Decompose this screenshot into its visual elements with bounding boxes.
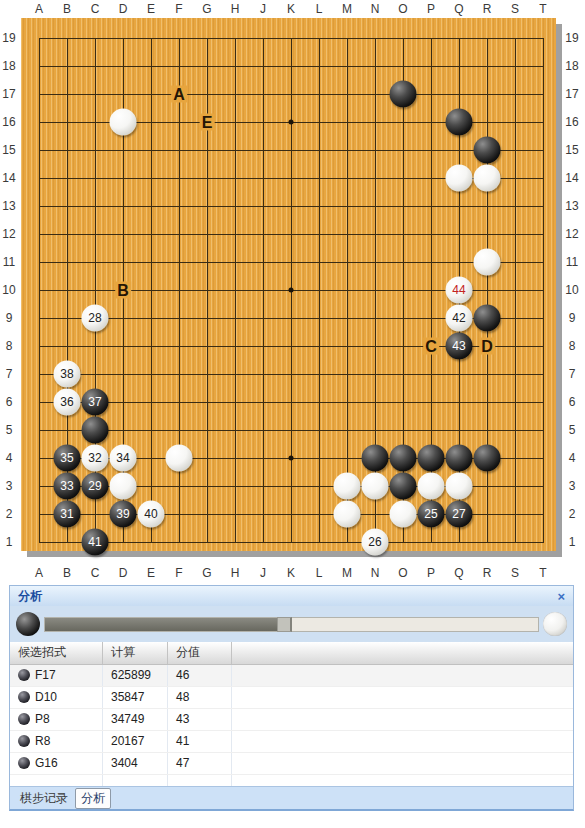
coord-label-right-18: 18 [565,59,578,73]
candidate-move-label: D10 [35,690,57,704]
coord-label-top-S: S [511,2,519,16]
coord-label-left-3: 3 [6,479,13,493]
winrate-slider-handle[interactable] [277,617,292,632]
coord-label-top-A: A [35,2,43,16]
stone-R14[interactable] [474,165,501,192]
panel-titlebar: 分析 × [10,586,573,606]
winrate-fill [45,618,277,631]
coord-label-left-15: 15 [2,143,15,157]
coord-label-left-2: 2 [6,507,13,521]
coord-label-bottom-L: L [316,566,323,580]
coord-label-bottom-Q: Q [454,566,463,580]
go-board[interactable]: ABCDE44424328383637353234332931394041252… [21,18,556,551]
coord-label-right-4: 4 [569,451,576,465]
table-header-row: 候选招式 计算 分值 [10,642,573,665]
coord-label-right-10: 10 [565,283,578,297]
coord-label-top-L: L [316,2,323,16]
stone-B2[interactable]: 31 [54,501,81,528]
coord-label-left-7: 7 [6,367,13,381]
coord-label-top-M: M [342,2,352,16]
coord-label-bottom-G: G [202,566,211,580]
coord-label-right-14: 14 [565,171,578,185]
stone-B4[interactable]: 35 [54,445,81,472]
black-stone-icon [18,713,30,725]
coord-label-right-17: 17 [565,87,578,101]
coord-label-top-N: N [371,2,380,16]
coord-label-left-16: 16 [2,115,15,129]
stone-P2[interactable]: 25 [418,501,445,528]
coord-label-right-13: 13 [565,199,578,213]
black-stone-icon [16,612,40,636]
coord-label-top-E: E [147,2,155,16]
coord-label-right-1: 1 [569,535,576,549]
stone-P3[interactable] [418,473,445,500]
candidate-row-F17[interactable]: F1762589946 [10,665,573,687]
stone-R4[interactable] [474,445,501,472]
coord-label-bottom-J: J [260,566,266,580]
coord-label-top-T: T [539,2,546,16]
candidate-row-D10[interactable]: D103584748 [10,687,573,709]
coord-label-bottom-S: S [511,566,519,580]
stone-N1[interactable]: 26 [362,529,389,556]
coord-label-right-15: 15 [565,143,578,157]
coord-label-top-G: G [202,2,211,16]
winrate-slider[interactable] [44,617,539,632]
close-icon[interactable]: × [557,590,565,603]
coord-label-right-8: 8 [569,339,576,353]
panel-title: 分析 [18,588,42,605]
header-calculation[interactable]: 计算 [103,642,168,664]
stone-O17[interactable] [390,81,417,108]
header-filler [232,642,573,664]
candidate-move-label: F17 [35,668,56,682]
candidate-row-G16[interactable]: G16340447 [10,753,573,775]
coord-label-right-16: 16 [565,115,578,129]
coord-label-top-J: J [260,2,266,16]
stone-Q10[interactable]: 44 [446,277,473,304]
stone-B6[interactable]: 36 [54,389,81,416]
row-filler [232,709,573,730]
coord-label-bottom-B: B [63,566,71,580]
coord-label-bottom-P: P [427,566,435,580]
go-board-area: ABCDE44424328383637353234332931394041252… [0,0,585,583]
coord-label-bottom-K: K [287,566,295,580]
board-label-E[interactable]: E [200,114,215,131]
stone-R9[interactable] [474,305,501,332]
candidate-row-P8[interactable]: P83474943 [10,709,573,731]
stone-M2[interactable] [334,501,361,528]
coord-label-bottom-F: F [175,566,182,580]
coord-label-top-D: D [119,2,128,16]
coord-label-bottom-A: A [35,566,43,580]
coord-label-bottom-N: N [371,566,380,580]
stone-D16[interactable] [110,109,137,136]
stone-M3[interactable] [334,473,361,500]
coord-label-left-12: 12 [2,227,15,241]
coord-label-top-H: H [231,2,240,16]
stone-Q9[interactable]: 42 [446,305,473,332]
coord-label-top-F: F [175,2,182,16]
stone-F4[interactable] [166,445,193,472]
empty-cell [103,775,168,786]
stone-R15[interactable] [474,137,501,164]
candidate-calc-value: 3404 [103,753,168,774]
stone-Q2[interactable]: 27 [446,501,473,528]
stone-O2[interactable] [390,501,417,528]
app-window: ABCDE44424328383637353234332931394041252… [0,0,585,828]
tab-move-record[interactable]: 棋步记录 [20,790,68,807]
candidate-calc-value: 20167 [103,731,168,752]
winrate-bar [10,606,573,642]
board-label-A[interactable]: A [171,86,187,103]
empty-cell [10,775,103,786]
coord-label-bottom-D: D [119,566,128,580]
coord-label-left-18: 18 [2,59,15,73]
row-filler [232,665,573,686]
coord-label-left-17: 17 [2,87,15,101]
coord-label-left-14: 14 [2,171,15,185]
board-label-C[interactable]: C [423,338,439,355]
stone-C6[interactable]: 37 [82,389,109,416]
coord-label-left-6: 6 [6,395,13,409]
board-grid[interactable]: ABCDE44424328383637353234332931394041252… [39,38,544,543]
coord-label-bottom-O: O [398,566,407,580]
coord-label-left-11: 11 [3,255,15,269]
stone-Q8[interactable]: 43 [446,333,473,360]
row-filler [232,731,573,752]
coord-label-left-19: 19 [2,31,15,45]
black-stone-icon [18,691,30,703]
candidate-move-label: P8 [35,712,50,726]
table-body: F1762589946D103584748P83474943R82016741G… [10,665,573,786]
header-score[interactable]: 分值 [168,642,232,664]
star-point-K16 [289,120,294,125]
coord-label-left-1: 1 [6,535,13,549]
candidate-calc-value: 35847 [103,687,168,708]
stone-Q3[interactable] [446,473,473,500]
coord-label-left-9: 9 [6,311,13,325]
candidate-score-value: 41 [168,731,232,752]
coord-label-left-10: 10 [2,283,15,297]
coord-label-top-P: P [427,2,435,16]
stone-E2[interactable]: 40 [138,501,165,528]
empty-cell [232,775,573,786]
stone-C1[interactable]: 41 [82,529,109,556]
coord-label-right-7: 7 [569,367,576,381]
tab-analysis[interactable]: 分析 [75,788,111,809]
coord-label-top-C: C [91,2,100,16]
empty-row [10,775,573,786]
coord-label-bottom-H: H [231,566,240,580]
stone-C3[interactable]: 29 [82,473,109,500]
coord-label-right-11: 11 [566,255,578,269]
coord-label-top-K: K [287,2,295,16]
stone-P4[interactable] [418,445,445,472]
stone-D3[interactable] [110,473,137,500]
star-point-K4 [289,456,294,461]
stone-O4[interactable] [390,445,417,472]
coord-label-right-6: 6 [569,395,576,409]
coord-label-bottom-R: R [483,566,492,580]
coord-label-bottom-T: T [539,566,546,580]
empty-cell [168,775,232,786]
candidate-calc-value: 625899 [103,665,168,686]
row-filler [232,753,573,774]
candidate-row-R8[interactable]: R82016741 [10,731,573,753]
candidate-score-value: 48 [168,687,232,708]
coord-label-right-12: 12 [565,227,578,241]
stone-D2[interactable]: 39 [110,501,137,528]
candidate-score-value: 43 [168,709,232,730]
coord-label-left-8: 8 [6,339,13,353]
panel-tab-bar: 棋步记录分析 [10,786,573,809]
candidate-score-value: 47 [168,753,232,774]
stone-B3[interactable]: 33 [54,473,81,500]
coord-label-bottom-E: E [147,566,155,580]
stone-O3[interactable] [390,473,417,500]
coord-label-right-5: 5 [569,423,576,437]
row-filler [232,687,573,708]
candidate-move-label: G16 [35,756,58,770]
coord-label-right-9: 9 [569,311,576,325]
coord-label-right-2: 2 [569,507,576,521]
coord-label-top-Q: Q [454,2,463,16]
white-stone-icon [543,612,567,636]
candidate-move-label: R8 [35,734,50,748]
stone-C9[interactable]: 28 [82,305,109,332]
coord-label-left-5: 5 [6,423,13,437]
candidate-moves-table: 候选招式 计算 分值 F1762589946D103584748P8347494… [10,642,573,786]
stone-D4[interactable]: 34 [110,445,137,472]
stone-R11[interactable] [474,249,501,276]
black-stone-icon [18,669,30,681]
black-stone-icon [18,757,30,769]
analysis-panel: 分析 × 候选招式 计算 分值 F1762589946D103584748P83… [9,585,574,811]
coord-label-left-13: 13 [2,199,15,213]
stone-C4[interactable]: 32 [82,445,109,472]
header-candidate-move[interactable]: 候选招式 [10,642,103,664]
stone-B7[interactable]: 38 [54,361,81,388]
stone-N4[interactable] [362,445,389,472]
stone-Q16[interactable] [446,109,473,136]
coord-label-top-O: O [398,2,407,16]
coord-label-top-R: R [483,2,492,16]
star-point-K10 [289,288,294,293]
board-label-D[interactable]: D [479,338,495,355]
stone-Q14[interactable] [446,165,473,192]
coord-label-bottom-C: C [91,566,100,580]
board-label-B[interactable]: B [115,282,131,299]
black-stone-icon [18,735,30,747]
coord-label-bottom-M: M [342,566,352,580]
candidate-score-value: 46 [168,665,232,686]
stone-Q4[interactable] [446,445,473,472]
stone-C5[interactable] [82,417,109,444]
coord-label-right-3: 3 [569,479,576,493]
coord-label-top-B: B [63,2,71,16]
coord-label-right-19: 19 [565,31,578,45]
stone-N3[interactable] [362,473,389,500]
candidate-calc-value: 34749 [103,709,168,730]
coord-label-left-4: 4 [6,451,13,465]
